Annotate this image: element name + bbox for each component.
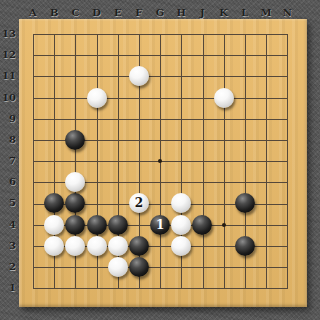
hoshi-point-K4 bbox=[222, 223, 226, 227]
stone-black-F3 bbox=[129, 236, 149, 256]
stone-white-H3 bbox=[171, 236, 191, 256]
move-number-2: 2 bbox=[135, 197, 143, 209]
row-label-3: 3 bbox=[0, 235, 16, 256]
stone-white-D3 bbox=[87, 236, 107, 256]
stone-white-E3 bbox=[108, 236, 128, 256]
stone-white-F11 bbox=[129, 66, 149, 86]
row-label-10: 10 bbox=[0, 87, 16, 108]
stone-black-F2 bbox=[129, 257, 149, 277]
go-board[interactable]: 12 bbox=[19, 19, 307, 307]
stone-white-D10 bbox=[87, 88, 107, 108]
stone-black-L5 bbox=[235, 193, 255, 213]
stone-black-D4 bbox=[87, 215, 107, 235]
row-label-13: 13 bbox=[0, 23, 16, 44]
stone-white-F5: 2 bbox=[129, 193, 149, 213]
stone-white-H5 bbox=[171, 193, 191, 213]
page-background: ABCDEFGHJKLMN 13121110987654321 12 bbox=[0, 0, 320, 320]
stone-white-E2 bbox=[108, 257, 128, 277]
row-label-11: 11 bbox=[0, 66, 16, 87]
row-label-8: 8 bbox=[0, 129, 16, 150]
hoshi-point-G7 bbox=[158, 159, 162, 163]
row-label-7: 7 bbox=[0, 151, 16, 172]
stone-black-C4 bbox=[65, 215, 85, 235]
stone-black-C5 bbox=[65, 193, 85, 213]
stone-black-C8 bbox=[65, 130, 85, 150]
stone-white-C3 bbox=[65, 236, 85, 256]
row-label-4: 4 bbox=[0, 214, 16, 235]
stone-black-E4 bbox=[108, 215, 128, 235]
stone-black-J4 bbox=[192, 215, 212, 235]
stone-black-B5 bbox=[44, 193, 64, 213]
row-label-9: 9 bbox=[0, 108, 16, 129]
stone-white-B3 bbox=[44, 236, 64, 256]
row-label-5: 5 bbox=[0, 193, 16, 214]
stone-white-H4 bbox=[171, 215, 191, 235]
stone-white-C6 bbox=[65, 172, 85, 192]
row-label-1: 1 bbox=[0, 278, 16, 299]
stone-white-B4 bbox=[44, 215, 64, 235]
stone-black-G4: 1 bbox=[150, 215, 170, 235]
row-labels: 13121110987654321 bbox=[0, 23, 16, 299]
row-label-12: 12 bbox=[0, 45, 16, 66]
row-label-6: 6 bbox=[0, 172, 16, 193]
row-label-2: 2 bbox=[0, 256, 16, 277]
stone-white-K10 bbox=[214, 88, 234, 108]
stones-grid: 12 bbox=[22, 23, 298, 299]
move-number-1: 1 bbox=[156, 219, 164, 231]
stone-black-L3 bbox=[235, 236, 255, 256]
